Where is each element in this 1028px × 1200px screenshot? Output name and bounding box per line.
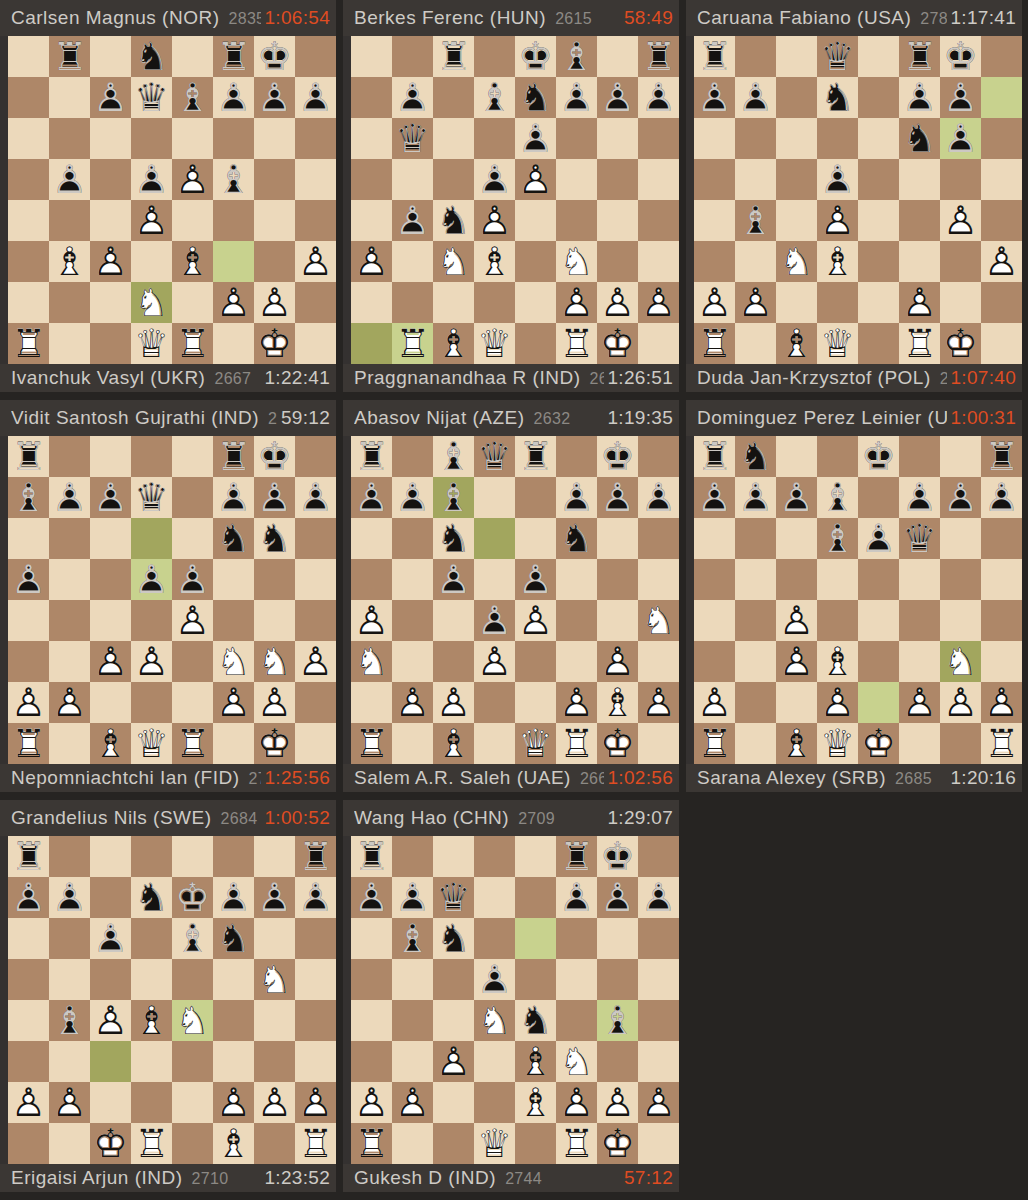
square-e3[interactable] <box>858 641 899 682</box>
square-g5[interactable] <box>940 559 981 600</box>
square-a1[interactable]: ♜♖ <box>694 723 735 764</box>
square-b5[interactable]: ♟♙ <box>49 159 90 200</box>
square-h7[interactable]: ♟♙ <box>295 877 336 918</box>
square-f3[interactable]: ♞♘ <box>556 241 597 282</box>
square-e7[interactable]: ♚♔ <box>172 877 213 918</box>
square-c2[interactable] <box>90 282 131 323</box>
square-f1[interactable] <box>213 323 254 364</box>
square-h8[interactable]: ♜♖ <box>638 36 679 77</box>
square-d2[interactable] <box>474 282 515 323</box>
square-c5[interactable] <box>90 959 131 1000</box>
square-a6[interactable] <box>694 518 735 559</box>
square-c3[interactable]: ♞♘ <box>433 241 474 282</box>
square-b5[interactable] <box>735 559 776 600</box>
square-c4[interactable] <box>90 600 131 641</box>
square-d4[interactable]: ♝♗ <box>131 1000 172 1041</box>
square-b2[interactable]: ♟♙ <box>735 282 776 323</box>
square-f1[interactable] <box>899 723 940 764</box>
square-a7[interactable]: ♟♙ <box>694 77 735 118</box>
square-d8[interactable] <box>474 836 515 877</box>
square-d8[interactable]: ♞♘ <box>131 36 172 77</box>
square-g1[interactable]: ♚♔ <box>597 723 638 764</box>
square-a1[interactable]: ♜♖ <box>694 323 735 364</box>
square-f1[interactable] <box>213 723 254 764</box>
square-f4[interactable] <box>556 1000 597 1041</box>
square-c2[interactable] <box>90 682 131 723</box>
square-c2[interactable] <box>776 682 817 723</box>
square-a6[interactable] <box>351 118 392 159</box>
square-d1[interactable]: ♛♕ <box>817 723 858 764</box>
square-a5[interactable] <box>694 559 735 600</box>
square-h1[interactable]: ♜♖ <box>981 723 1022 764</box>
square-a8[interactable]: ♜♖ <box>694 36 735 77</box>
square-a7[interactable]: ♟♙ <box>351 477 392 518</box>
square-f2[interactable]: ♟♙ <box>556 1082 597 1123</box>
square-a5[interactable]: ♟♙ <box>8 559 49 600</box>
square-b2[interactable] <box>735 682 776 723</box>
square-e3[interactable]: ♝♗ <box>515 1041 556 1082</box>
square-e1[interactable] <box>172 1123 213 1164</box>
square-b5[interactable] <box>49 959 90 1000</box>
square-h4[interactable] <box>638 200 679 241</box>
square-c4[interactable]: ♞♘ <box>433 200 474 241</box>
square-a6[interactable] <box>694 118 735 159</box>
square-h3[interactable] <box>638 641 679 682</box>
square-g7[interactable]: ♟♙ <box>597 877 638 918</box>
square-e7[interactable] <box>515 477 556 518</box>
square-f4[interactable] <box>556 200 597 241</box>
square-d4[interactable]: ♟♙ <box>817 200 858 241</box>
square-d2[interactable] <box>474 682 515 723</box>
game-card[interactable]: Abasov Nijat (AZE) 2632 1:19:35 ♜♖♝♗♛♕♜♖… <box>343 400 679 792</box>
square-b1[interactable] <box>392 723 433 764</box>
square-d7[interactable]: ♛♕ <box>131 477 172 518</box>
square-g7[interactable]: ♟♙ <box>597 477 638 518</box>
game-card[interactable]: Grandelius Nils (SWE) 2684 1:00:52 ♜♖♜♖♟… <box>0 800 336 1192</box>
square-h4[interactable]: ♞♘ <box>638 600 679 641</box>
square-d1[interactable]: ♛♕ <box>474 1123 515 1164</box>
square-c7[interactable] <box>776 77 817 118</box>
square-c1[interactable]: ♚♔ <box>90 1123 131 1164</box>
square-a5[interactable] <box>8 159 49 200</box>
square-e8[interactable] <box>515 836 556 877</box>
square-a2[interactable]: ♟♙ <box>8 1082 49 1123</box>
square-d7[interactable]: ♝♗ <box>817 477 858 518</box>
square-a3[interactable]: ♟♙ <box>351 241 392 282</box>
square-h8[interactable]: ♜♖ <box>295 836 336 877</box>
square-c7[interactable] <box>433 77 474 118</box>
square-a6[interactable] <box>8 118 49 159</box>
square-e4[interactable]: ♞♘ <box>172 1000 213 1041</box>
square-f6[interactable] <box>556 118 597 159</box>
square-h6[interactable] <box>981 118 1022 159</box>
square-h5[interactable] <box>295 959 336 1000</box>
square-e2[interactable]: ♝♗ <box>515 1082 556 1123</box>
square-f7[interactable]: ♟♙ <box>899 77 940 118</box>
square-h7[interactable]: ♟♙ <box>295 477 336 518</box>
square-g1[interactable] <box>940 723 981 764</box>
square-h6[interactable] <box>638 118 679 159</box>
square-f7[interactable]: ♟♙ <box>556 77 597 118</box>
square-h7[interactable]: ♟♙ <box>638 877 679 918</box>
square-g4[interactable] <box>597 600 638 641</box>
square-d4[interactable] <box>131 600 172 641</box>
square-e5[interactable] <box>858 559 899 600</box>
square-g5[interactable] <box>597 959 638 1000</box>
square-h3[interactable]: ♟♙ <box>981 241 1022 282</box>
square-f5[interactable] <box>556 559 597 600</box>
square-b8[interactable] <box>392 436 433 477</box>
square-h3[interactable] <box>638 1041 679 1082</box>
square-d7[interactable] <box>474 877 515 918</box>
square-b3[interactable] <box>735 241 776 282</box>
square-e6[interactable] <box>858 118 899 159</box>
square-e4[interactable] <box>858 200 899 241</box>
game-card[interactable]: Berkes Ferenc (HUN) 2615 58:49 ♜♖♚♔♝♗♜♖♟… <box>343 0 679 392</box>
chess-board[interactable]: ♜♖♝♗♛♕♜♖♚♔♟♙♟♙♝♗♟♙♟♙♟♙♞♘♞♘♟♙♟♙♟♙♟♙♟♙♞♘♞♘… <box>351 436 679 764</box>
square-g2[interactable]: ♝♗ <box>597 682 638 723</box>
square-c6[interactable]: ♞♘ <box>433 918 474 959</box>
square-a8[interactable]: ♜♖ <box>351 836 392 877</box>
square-a4[interactable] <box>694 600 735 641</box>
square-h5[interactable] <box>981 559 1022 600</box>
square-b4[interactable]: ♝♗ <box>735 200 776 241</box>
square-a2[interactable] <box>351 682 392 723</box>
square-d2[interactable] <box>474 1082 515 1123</box>
square-f3[interactable] <box>899 641 940 682</box>
square-c5[interactable] <box>433 959 474 1000</box>
square-d2[interactable]: ♞♘ <box>131 282 172 323</box>
square-g3[interactable] <box>597 1041 638 1082</box>
square-b4[interactable]: ♝♗ <box>49 1000 90 1041</box>
square-g3[interactable] <box>940 241 981 282</box>
square-e7[interactable] <box>858 477 899 518</box>
square-c7[interactable]: ♟♙ <box>90 477 131 518</box>
square-g7[interactable]: ♟♙ <box>940 77 981 118</box>
square-f1[interactable]: ♜♖ <box>556 323 597 364</box>
square-d2[interactable] <box>131 1082 172 1123</box>
square-c8[interactable] <box>776 436 817 477</box>
square-c4[interactable] <box>433 600 474 641</box>
square-e7[interactable] <box>172 477 213 518</box>
square-f7[interactable]: ♟♙ <box>213 477 254 518</box>
square-f6[interactable]: ♞♘ <box>899 118 940 159</box>
square-a1[interactable]: ♜♖ <box>351 723 392 764</box>
square-f8[interactable] <box>556 436 597 477</box>
square-e6[interactable] <box>172 518 213 559</box>
square-b4[interactable] <box>49 600 90 641</box>
square-b4[interactable]: ♟♙ <box>392 200 433 241</box>
square-e4[interactable]: ♞♘ <box>515 1000 556 1041</box>
square-b8[interactable] <box>49 836 90 877</box>
square-e3[interactable]: ♝♗ <box>172 241 213 282</box>
square-d3[interactable]: ♝♗ <box>474 241 515 282</box>
square-b7[interactable]: ♟♙ <box>392 77 433 118</box>
square-c5[interactable] <box>433 159 474 200</box>
square-g6[interactable]: ♞♘ <box>254 518 295 559</box>
square-d7[interactable]: ♞♘ <box>817 77 858 118</box>
square-b6[interactable] <box>49 118 90 159</box>
square-b8[interactable] <box>392 36 433 77</box>
square-c1[interactable]: ♝♗ <box>776 723 817 764</box>
chess-board[interactable]: ♜♖♞♘♜♖♚♔♟♙♛♕♝♗♟♙♟♙♟♙♟♙♟♙♟♙♝♗♟♙♝♗♟♙♝♗♟♙♞♘… <box>8 36 336 364</box>
square-h2[interactable]: ♟♙ <box>638 1082 679 1123</box>
square-c5[interactable] <box>90 559 131 600</box>
square-h4[interactable] <box>638 1000 679 1041</box>
square-c5[interactable] <box>776 159 817 200</box>
square-a2[interactable]: ♟♙ <box>694 682 735 723</box>
square-f7[interactable]: ♟♙ <box>213 77 254 118</box>
square-a8[interactable] <box>8 36 49 77</box>
square-c8[interactable] <box>90 36 131 77</box>
square-d7[interactable]: ♞♘ <box>131 877 172 918</box>
square-a3[interactable] <box>8 1041 49 1082</box>
square-e7[interactable] <box>858 77 899 118</box>
square-f2[interactable]: ♟♙ <box>213 282 254 323</box>
square-f3[interactable]: ♞♘ <box>213 641 254 682</box>
square-e3[interactable] <box>515 641 556 682</box>
square-d5[interactable] <box>474 559 515 600</box>
square-f3[interactable]: ♞♘ <box>556 1041 597 1082</box>
square-b5[interactable] <box>392 159 433 200</box>
square-a4[interactable] <box>694 200 735 241</box>
square-h6[interactable] <box>638 518 679 559</box>
square-d2[interactable]: ♟♙ <box>817 682 858 723</box>
square-a5[interactable] <box>694 159 735 200</box>
chess-board[interactable]: ♜♖♜♖♚♔♝♗♟♙♟♙♛♕♟♙♟♙♟♙♞♘♞♘♟♙♟♙♟♙♟♙♟♙♟♙♞♘♞♘… <box>8 436 336 764</box>
square-h4[interactable] <box>981 600 1022 641</box>
square-g8[interactable]: ♚♔ <box>254 436 295 477</box>
square-g8[interactable]: ♚♔ <box>254 36 295 77</box>
square-b3[interactable] <box>392 641 433 682</box>
square-h7[interactable]: ♟♙ <box>981 477 1022 518</box>
square-g8[interactable]: ♚♔ <box>597 836 638 877</box>
square-b7[interactable]: ♟♙ <box>735 77 776 118</box>
square-g6[interactable]: ♟♙ <box>940 118 981 159</box>
chess-board[interactable]: ♜♖♚♔♝♗♜♖♟♙♝♗♞♘♟♙♟♙♟♙♛♕♟♙♟♙♟♙♟♙♞♘♟♙♟♙♞♘♝♗… <box>351 36 679 364</box>
square-a8[interactable]: ♜♖ <box>8 836 49 877</box>
square-c6[interactable] <box>90 118 131 159</box>
square-g2[interactable]: ♟♙ <box>940 682 981 723</box>
square-e7[interactable]: ♝♗ <box>172 77 213 118</box>
square-h1[interactable] <box>295 723 336 764</box>
square-d1[interactable]: ♛♕ <box>131 323 172 364</box>
square-h3[interactable]: ♟♙ <box>295 241 336 282</box>
square-h4[interactable] <box>295 600 336 641</box>
square-g8[interactable] <box>254 836 295 877</box>
square-h2[interactable]: ♟♙ <box>638 682 679 723</box>
square-a8[interactable]: ♜♖ <box>694 436 735 477</box>
square-a5[interactable] <box>351 159 392 200</box>
square-e5[interactable] <box>858 159 899 200</box>
square-f5[interactable] <box>213 959 254 1000</box>
square-g4[interactable] <box>940 600 981 641</box>
square-f5[interactable] <box>899 159 940 200</box>
square-c4[interactable] <box>776 200 817 241</box>
square-c4[interactable]: ♟♙ <box>90 1000 131 1041</box>
square-d5[interactable]: ♟♙ <box>817 159 858 200</box>
square-c4[interactable]: ♟♙ <box>776 600 817 641</box>
square-a4[interactable] <box>351 1000 392 1041</box>
square-d4[interactable]: ♞♘ <box>474 1000 515 1041</box>
square-h1[interactable] <box>638 323 679 364</box>
square-a3[interactable] <box>694 641 735 682</box>
square-g3[interactable] <box>254 241 295 282</box>
square-b2[interactable] <box>49 282 90 323</box>
square-g7[interactable]: ♟♙ <box>254 477 295 518</box>
square-g3[interactable]: ♟♙ <box>597 641 638 682</box>
square-e2[interactable] <box>172 1082 213 1123</box>
square-a8[interactable]: ♜♖ <box>351 436 392 477</box>
square-e3[interactable] <box>172 1041 213 1082</box>
square-d7[interactable] <box>474 477 515 518</box>
square-c3[interactable]: ♟♙ <box>433 1041 474 1082</box>
square-h1[interactable] <box>638 1123 679 1164</box>
square-a6[interactable] <box>8 518 49 559</box>
square-a3[interactable] <box>351 1041 392 1082</box>
square-f3[interactable] <box>899 241 940 282</box>
square-g8[interactable]: ♚♔ <box>597 436 638 477</box>
square-h8[interactable]: ♜♖ <box>981 436 1022 477</box>
square-e5[interactable]: ♟♙ <box>172 159 213 200</box>
square-e7[interactable]: ♞♘ <box>515 77 556 118</box>
square-c1[interactable] <box>433 1123 474 1164</box>
square-d3[interactable] <box>474 1041 515 1082</box>
square-d6[interactable] <box>131 518 172 559</box>
square-b4[interactable] <box>392 600 433 641</box>
square-b3[interactable] <box>392 1041 433 1082</box>
square-c3[interactable] <box>433 641 474 682</box>
square-c3[interactable]: ♟♙ <box>90 241 131 282</box>
square-f7[interactable]: ♟♙ <box>899 477 940 518</box>
square-h4[interactable] <box>295 1000 336 1041</box>
square-g3[interactable]: ♞♘ <box>254 641 295 682</box>
square-h5[interactable] <box>638 159 679 200</box>
square-c6[interactable]: ♟♙ <box>90 918 131 959</box>
square-g7[interactable]: ♟♙ <box>940 477 981 518</box>
square-e8[interactable] <box>172 36 213 77</box>
square-b7[interactable]: ♟♙ <box>49 477 90 518</box>
square-a3[interactable] <box>8 241 49 282</box>
square-g8[interactable]: ♚♔ <box>940 36 981 77</box>
square-c7[interactable] <box>90 877 131 918</box>
square-g5[interactable]: ♞♘ <box>254 959 295 1000</box>
square-f3[interactable] <box>556 641 597 682</box>
square-h1[interactable]: ♜♖ <box>295 1123 336 1164</box>
square-f5[interactable] <box>899 559 940 600</box>
square-d6[interactable] <box>474 918 515 959</box>
square-a7[interactable]: ♟♙ <box>694 477 735 518</box>
square-c6[interactable] <box>433 118 474 159</box>
square-h6[interactable] <box>295 518 336 559</box>
square-b7[interactable]: ♟♙ <box>392 477 433 518</box>
square-b4[interactable] <box>392 1000 433 1041</box>
square-f8[interactable]: ♝♗ <box>556 36 597 77</box>
square-b6[interactable]: ♛♕ <box>392 118 433 159</box>
square-g7[interactable]: ♟♙ <box>254 877 295 918</box>
square-h8[interactable] <box>981 36 1022 77</box>
square-h6[interactable] <box>295 918 336 959</box>
square-b3[interactable] <box>392 241 433 282</box>
square-b6[interactable] <box>735 518 776 559</box>
square-h6[interactable] <box>638 918 679 959</box>
square-b1[interactable] <box>49 723 90 764</box>
square-b2[interactable]: ♟♙ <box>49 682 90 723</box>
square-c8[interactable] <box>90 836 131 877</box>
square-g8[interactable] <box>597 36 638 77</box>
square-h7[interactable] <box>981 77 1022 118</box>
square-f6[interactable] <box>213 118 254 159</box>
square-d2[interactable] <box>131 682 172 723</box>
square-f6[interactable]: ♞♘ <box>213 918 254 959</box>
square-a4[interactable]: ♟♙ <box>351 600 392 641</box>
square-e1[interactable] <box>515 323 556 364</box>
square-h8[interactable] <box>295 36 336 77</box>
square-d5[interactable]: ♟♙ <box>131 559 172 600</box>
square-d3[interactable] <box>131 1041 172 1082</box>
square-e2[interactable] <box>515 682 556 723</box>
game-card[interactable]: Carlsen Magnus (NOR) 2835 1:06:54 ♜♖♞♘♜♖… <box>0 0 336 392</box>
square-e2[interactable] <box>172 282 213 323</box>
square-e3[interactable] <box>172 641 213 682</box>
square-b3[interactable] <box>49 1041 90 1082</box>
square-g1[interactable]: ♚♔ <box>254 323 295 364</box>
square-h2[interactable] <box>295 282 336 323</box>
square-c6[interactable] <box>90 518 131 559</box>
square-f4[interactable] <box>213 1000 254 1041</box>
square-f2[interactable]: ♟♙ <box>556 282 597 323</box>
square-g6[interactable] <box>940 518 981 559</box>
square-c6[interactable] <box>776 118 817 159</box>
game-card[interactable]: Wang Hao (CHN) 2709 1:29:07 ♜♖♜♖♚♔♟♙♟♙♛♕… <box>343 800 679 1192</box>
square-a1[interactable]: ♜♖ <box>8 323 49 364</box>
square-b8[interactable]: ♞♘ <box>735 436 776 477</box>
square-a7[interactable]: ♟♙ <box>8 877 49 918</box>
square-b6[interactable] <box>735 118 776 159</box>
square-g6[interactable] <box>254 118 295 159</box>
square-f5[interactable]: ♝♗ <box>213 159 254 200</box>
square-a5[interactable] <box>351 959 392 1000</box>
square-a7[interactable]: ♝♗ <box>8 477 49 518</box>
square-c8[interactable] <box>90 436 131 477</box>
square-f2[interactable]: ♟♙ <box>899 682 940 723</box>
square-e2[interactable] <box>515 282 556 323</box>
square-e6[interactable]: ♝♗ <box>172 918 213 959</box>
square-c1[interactable]: ♝♗ <box>433 323 474 364</box>
square-c6[interactable] <box>776 518 817 559</box>
square-d3[interactable]: ♝♗ <box>817 641 858 682</box>
square-b2[interactable]: ♟♙ <box>49 1082 90 1123</box>
square-h8[interactable] <box>295 436 336 477</box>
square-h3[interactable] <box>638 241 679 282</box>
square-e5[interactable]: ♟♙ <box>172 559 213 600</box>
square-h2[interactable]: ♟♙ <box>981 682 1022 723</box>
square-d8[interactable] <box>817 436 858 477</box>
square-b1[interactable] <box>735 723 776 764</box>
square-a5[interactable] <box>8 959 49 1000</box>
square-d2[interactable] <box>817 282 858 323</box>
square-g4[interactable] <box>254 600 295 641</box>
square-b4[interactable] <box>735 600 776 641</box>
square-a4[interactable] <box>8 1000 49 1041</box>
square-f5[interactable] <box>556 959 597 1000</box>
square-c7[interactable]: ♛♕ <box>433 877 474 918</box>
square-a2[interactable]: ♟♙ <box>351 1082 392 1123</box>
square-d3[interactable]: ♟♙ <box>474 641 515 682</box>
square-e8[interactable]: ♚♔ <box>858 436 899 477</box>
square-h4[interactable] <box>295 200 336 241</box>
square-e6[interactable]: ♟♙ <box>858 518 899 559</box>
